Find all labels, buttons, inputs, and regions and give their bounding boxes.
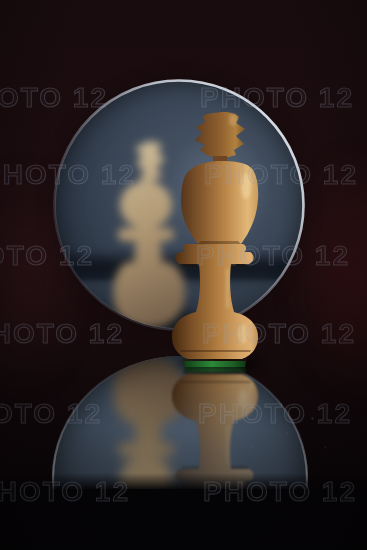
photo-still-life: PHOTO 12PHOTO 12PHOTO 12PHOTO 12PHOTO 12… (0, 0, 367, 550)
vignette (0, 0, 367, 550)
